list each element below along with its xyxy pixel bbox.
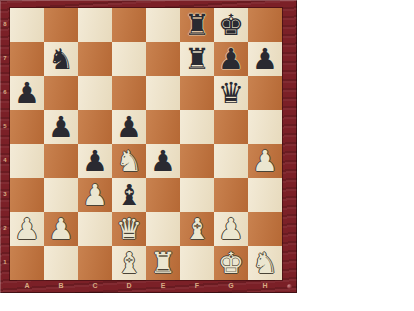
square-d3[interactable]: ♝ xyxy=(112,178,146,212)
piece-black-bishop[interactable]: ♝ xyxy=(116,181,142,210)
square-d4[interactable]: ♞ xyxy=(112,144,146,178)
piece-black-queen[interactable]: ♛ xyxy=(218,79,244,108)
page: ♜♚♞♜♟♟♟♛♟♟♟♞♟♟♟♝♟♟♛♝♟♝♜♚♞ 87654321 ABCDE… xyxy=(0,0,414,311)
square-g8[interactable]: ♚ xyxy=(214,8,248,42)
square-g4[interactable] xyxy=(214,144,248,178)
piece-black-knight[interactable]: ♞ xyxy=(48,45,74,74)
piece-black-pawn[interactable]: ♟ xyxy=(48,113,74,142)
file-label-b: B xyxy=(44,281,78,291)
piece-white-pawn[interactable]: ♟ xyxy=(14,215,40,244)
piece-white-king[interactable]: ♚ xyxy=(218,249,244,278)
square-b5[interactable]: ♟ xyxy=(44,110,78,144)
rank-label-3: 3 xyxy=(1,191,9,198)
square-h8[interactable] xyxy=(248,8,282,42)
file-label-e: E xyxy=(146,281,180,291)
piece-black-rook[interactable]: ♜ xyxy=(184,45,210,74)
square-e4[interactable]: ♟ xyxy=(146,144,180,178)
square-b8[interactable] xyxy=(44,8,78,42)
square-d8[interactable] xyxy=(112,8,146,42)
piece-black-pawn[interactable]: ♟ xyxy=(116,113,142,142)
piece-black-rook[interactable]: ♜ xyxy=(184,11,210,40)
square-b3[interactable] xyxy=(44,178,78,212)
square-h7[interactable]: ♟ xyxy=(248,42,282,76)
square-f5[interactable] xyxy=(180,110,214,144)
square-b6[interactable] xyxy=(44,76,78,110)
square-f4[interactable] xyxy=(180,144,214,178)
square-g6[interactable]: ♛ xyxy=(214,76,248,110)
square-c5[interactable] xyxy=(78,110,112,144)
piece-white-rook[interactable]: ♜ xyxy=(150,249,176,278)
square-a6[interactable]: ♟ xyxy=(10,76,44,110)
square-e2[interactable] xyxy=(146,212,180,246)
piece-black-pawn[interactable]: ♟ xyxy=(82,147,108,176)
board-grid: ♜♚♞♜♟♟♟♛♟♟♟♞♟♟♟♝♟♟♛♝♟♝♜♚♞ xyxy=(10,8,282,280)
square-e8[interactable] xyxy=(146,8,180,42)
piece-white-bishop[interactable]: ♝ xyxy=(184,215,210,244)
square-d1[interactable]: ♝ xyxy=(112,246,146,280)
chess-board: ♜♚♞♜♟♟♟♛♟♟♟♞♟♟♟♝♟♟♛♝♟♝♜♚♞ 87654321 ABCDE… xyxy=(0,0,297,293)
square-a4[interactable] xyxy=(10,144,44,178)
square-c1[interactable] xyxy=(78,246,112,280)
square-f1[interactable] xyxy=(180,246,214,280)
piece-black-pawn[interactable]: ♟ xyxy=(150,147,176,176)
square-e1[interactable]: ♜ xyxy=(146,246,180,280)
square-f2[interactable]: ♝ xyxy=(180,212,214,246)
square-f7[interactable]: ♜ xyxy=(180,42,214,76)
square-c8[interactable] xyxy=(78,8,112,42)
rank-label-5: 5 xyxy=(1,123,9,130)
square-f6[interactable] xyxy=(180,76,214,110)
square-g2[interactable]: ♟ xyxy=(214,212,248,246)
square-c6[interactable] xyxy=(78,76,112,110)
file-label-a: A xyxy=(10,281,44,291)
square-b1[interactable] xyxy=(44,246,78,280)
piece-white-pawn[interactable]: ♟ xyxy=(218,215,244,244)
square-d2[interactable]: ♛ xyxy=(112,212,146,246)
rank-label-7: 7 xyxy=(1,55,9,62)
rank-label-1: 1 xyxy=(1,259,9,266)
piece-white-pawn[interactable]: ♟ xyxy=(48,215,74,244)
square-f3[interactable] xyxy=(180,178,214,212)
square-h3[interactable] xyxy=(248,178,282,212)
square-e5[interactable] xyxy=(146,110,180,144)
file-label-h: H xyxy=(248,281,282,291)
rank-label-4: 4 xyxy=(1,157,9,164)
square-a8[interactable] xyxy=(10,8,44,42)
rank-label-6: 6 xyxy=(1,89,9,96)
square-c7[interactable] xyxy=(78,42,112,76)
square-h5[interactable] xyxy=(248,110,282,144)
piece-black-pawn[interactable]: ♟ xyxy=(218,45,244,74)
square-b2[interactable]: ♟ xyxy=(44,212,78,246)
piece-white-knight[interactable]: ♞ xyxy=(116,147,142,176)
square-c2[interactable] xyxy=(78,212,112,246)
square-g7[interactable]: ♟ xyxy=(214,42,248,76)
rank-label-8: 8 xyxy=(1,21,9,28)
square-c4[interactable]: ♟ xyxy=(78,144,112,178)
square-a1[interactable] xyxy=(10,246,44,280)
piece-white-pawn[interactable]: ♟ xyxy=(82,181,108,210)
square-h6[interactable] xyxy=(248,76,282,110)
piece-black-pawn[interactable]: ♟ xyxy=(14,79,40,108)
square-g1[interactable]: ♚ xyxy=(214,246,248,280)
square-b7[interactable]: ♞ xyxy=(44,42,78,76)
file-label-d: D xyxy=(112,281,146,291)
file-label-f: F xyxy=(180,281,214,291)
square-e6[interactable] xyxy=(146,76,180,110)
file-label-g: G xyxy=(214,281,248,291)
square-c3[interactable]: ♟ xyxy=(78,178,112,212)
square-b4[interactable] xyxy=(44,144,78,178)
piece-black-king[interactable]: ♚ xyxy=(218,11,244,40)
square-a7[interactable] xyxy=(10,42,44,76)
square-d6[interactable] xyxy=(112,76,146,110)
square-h1[interactable]: ♞ xyxy=(248,246,282,280)
square-a2[interactable]: ♟ xyxy=(10,212,44,246)
square-d5[interactable]: ♟ xyxy=(112,110,146,144)
square-g5[interactable] xyxy=(214,110,248,144)
piece-white-queen[interactable]: ♛ xyxy=(116,215,142,244)
rank-label-2: 2 xyxy=(1,225,9,232)
square-h2[interactable] xyxy=(248,212,282,246)
file-label-c: C xyxy=(78,281,112,291)
square-e3[interactable] xyxy=(146,178,180,212)
square-g3[interactable] xyxy=(214,178,248,212)
brand-dot-icon xyxy=(287,284,292,289)
square-h4[interactable]: ♟ xyxy=(248,144,282,178)
square-e7[interactable] xyxy=(146,42,180,76)
piece-white-pawn[interactable]: ♟ xyxy=(252,147,278,176)
piece-white-knight[interactable]: ♞ xyxy=(252,249,278,278)
square-f8[interactable]: ♜ xyxy=(180,8,214,42)
piece-white-bishop[interactable]: ♝ xyxy=(116,249,142,278)
square-a5[interactable] xyxy=(10,110,44,144)
square-a3[interactable] xyxy=(10,178,44,212)
piece-black-pawn[interactable]: ♟ xyxy=(252,45,278,74)
square-d7[interactable] xyxy=(112,42,146,76)
